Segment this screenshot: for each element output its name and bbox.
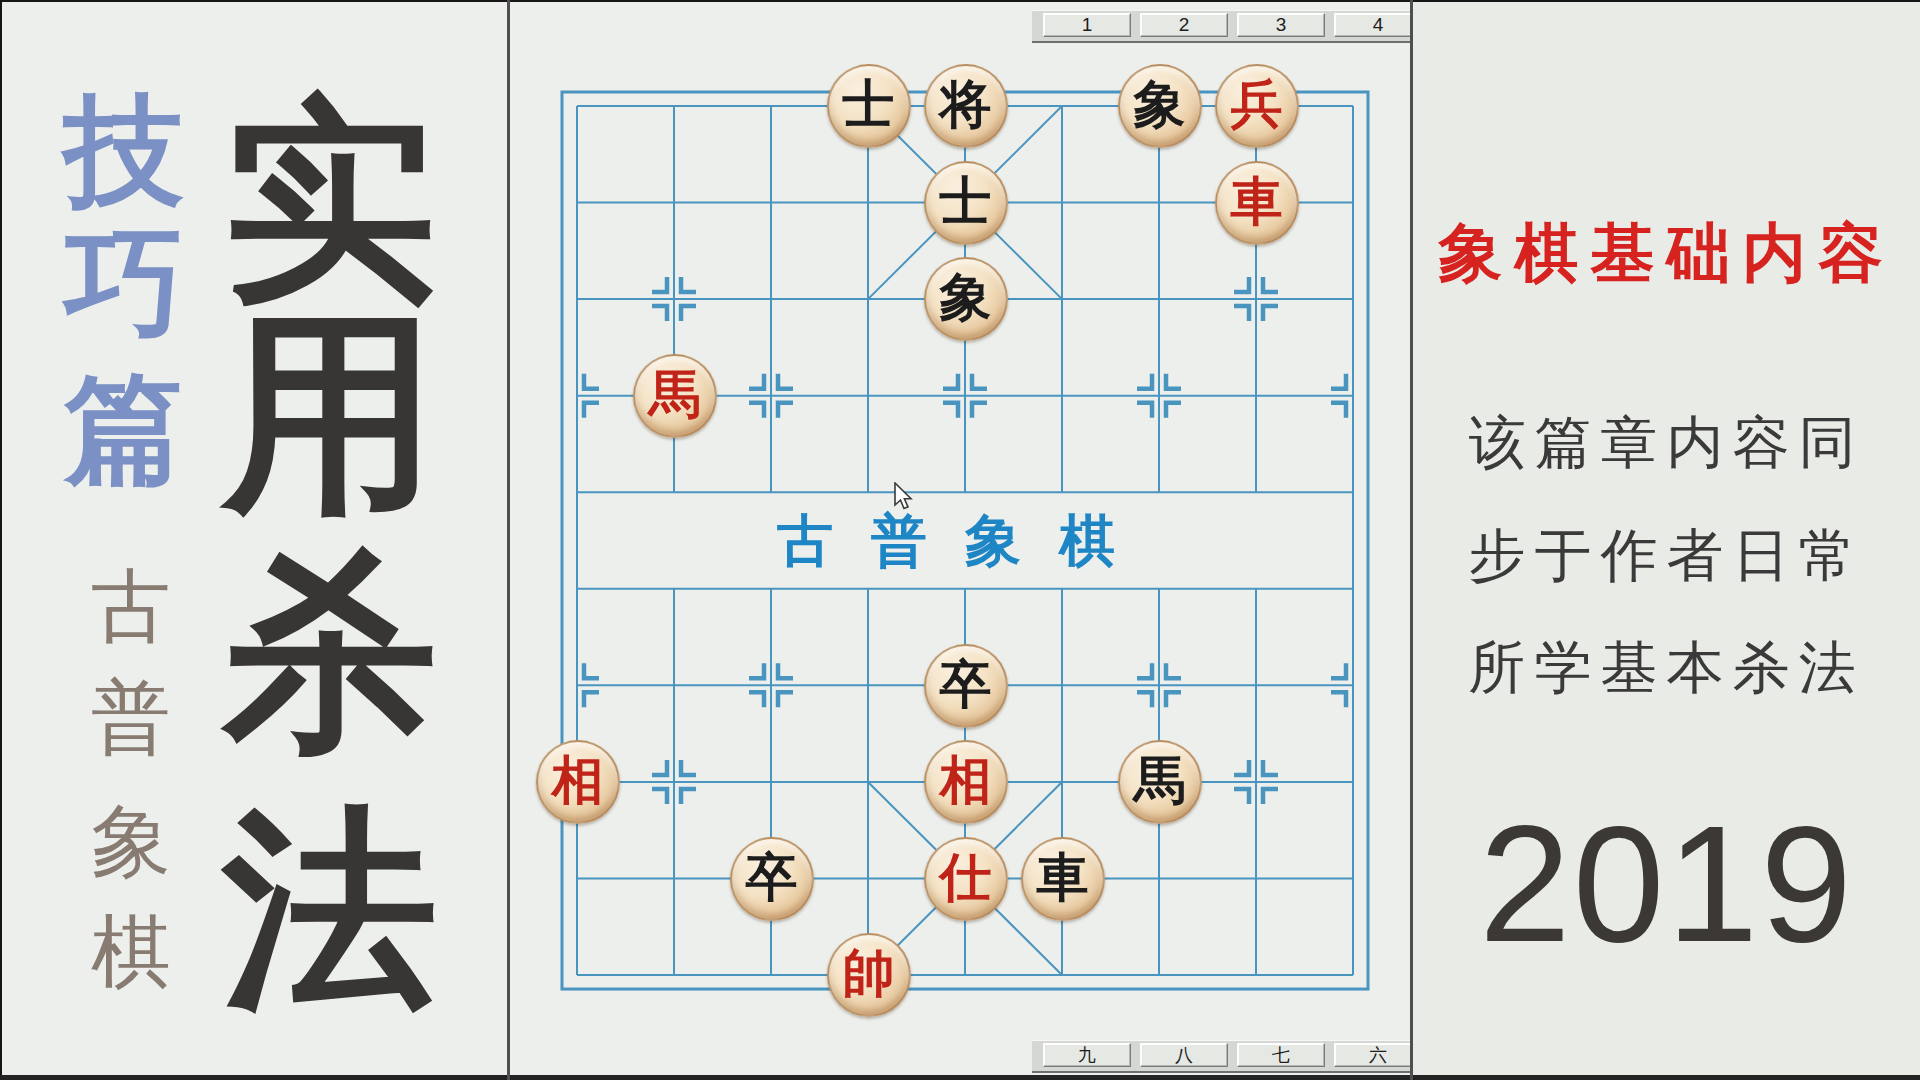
piece-red-仕[interactable]: 仕 (924, 837, 1008, 921)
piece-red-帥[interactable]: 帥 (827, 933, 911, 1017)
board-cell: 車 (1014, 830, 1111, 927)
file-button-bottom-六[interactable]: 六 (1334, 1043, 1422, 1067)
board-cell: 相 (917, 734, 1014, 831)
bottom-border (0, 1075, 1920, 1080)
board-cell: 相 (529, 734, 626, 831)
left-caption-char: 普 (91, 678, 171, 758)
left-panel-divider (507, 0, 510, 1080)
right-info-panel: 象棋基础内容 该篇章内容同 步于作者日常 所学基本杀法 2019 (1413, 0, 1920, 1080)
left-title-char: 用 (223, 306, 438, 521)
board-cell: 車 (1208, 155, 1305, 252)
board-cell: 象 (917, 251, 1014, 348)
piece-glyph: 車 (1037, 852, 1089, 904)
board-cell: 将 (917, 58, 1014, 155)
board-cell: 兵 (1208, 58, 1305, 155)
piece-black-車[interactable]: 車 (1021, 837, 1105, 921)
piece-glyph: 兵 (1231, 79, 1283, 131)
left-title-char: 法 (223, 802, 438, 1017)
piece-glyph: 象 (1134, 79, 1186, 131)
file-button-bottom-七[interactable]: 七 (1237, 1043, 1325, 1067)
board-cell: 卒 (917, 637, 1014, 734)
file-button-top-2[interactable]: 2 (1140, 13, 1228, 37)
left-title-char: 实 (223, 93, 438, 308)
piece-black-象[interactable]: 象 (1118, 64, 1202, 148)
piece-glyph: 馬 (1134, 755, 1186, 807)
piece-black-卒[interactable]: 卒 (730, 837, 814, 921)
board-cell: 馬 (626, 348, 723, 445)
piece-glyph: 士 (940, 176, 992, 228)
piece-glyph: 士 (843, 79, 895, 131)
board-cell: 馬 (1111, 734, 1208, 831)
left-subtitle-char: 篇 (64, 368, 184, 488)
left-subtitle-char: 技 (64, 90, 184, 210)
piece-black-士[interactable]: 士 (827, 64, 911, 148)
piece-glyph: 相 (552, 755, 604, 807)
left-border (0, 0, 2, 1080)
piece-black-象[interactable]: 象 (924, 257, 1008, 341)
board-cell: 象 (1111, 58, 1208, 155)
piece-glyph: 卒 (746, 852, 798, 904)
panel-heading: 象棋基础内容 (1439, 210, 1895, 297)
piece-glyph: 馬 (649, 369, 701, 421)
board-cell: 士 (820, 58, 917, 155)
piece-glyph: 車 (1231, 176, 1283, 228)
piece-glyph: 将 (940, 79, 992, 131)
board-cell: 卒 (723, 830, 820, 927)
left-caption-char: 棋 (91, 912, 171, 992)
file-button-bottom-八[interactable]: 八 (1140, 1043, 1228, 1067)
left-subtitle-char: 巧 (64, 223, 184, 343)
piece-glyph: 帥 (843, 948, 895, 1000)
file-button-top-1[interactable]: 1 (1043, 13, 1131, 37)
piece-red-兵[interactable]: 兵 (1215, 64, 1299, 148)
piece-glyph: 仕 (940, 852, 992, 904)
xiangqi-board-grid: 士将象兵士車象馬卒相相馬卒仕車帥 (529, 58, 1402, 1023)
board-cell: 帥 (820, 927, 917, 1024)
piece-red-相[interactable]: 相 (924, 740, 1008, 824)
page: 技巧篇实用杀法古普象棋 123456789 九八七六五四三二一 古普象棋 士将象… (0, 0, 1920, 1080)
panel-text-line: 步于作者日常 (1469, 518, 1865, 595)
right-panel-divider (1410, 0, 1413, 1080)
board-cell: 仕 (917, 830, 1014, 927)
piece-red-馬[interactable]: 馬 (633, 354, 717, 438)
piece-glyph: 卒 (940, 659, 992, 711)
piece-black-将[interactable]: 将 (924, 64, 1008, 148)
piece-black-士[interactable]: 士 (924, 161, 1008, 245)
left-caption-char: 古 (91, 567, 171, 647)
piece-black-馬[interactable]: 馬 (1118, 740, 1202, 824)
left-title-panel: 技巧篇实用杀法古普象棋 (0, 0, 507, 1080)
top-border (0, 0, 1920, 2)
piece-red-車[interactable]: 車 (1215, 161, 1299, 245)
piece-glyph: 相 (940, 755, 992, 807)
panel-text-line: 所学基本杀法 (1469, 630, 1865, 707)
file-button-top-4[interactable]: 4 (1334, 13, 1422, 37)
board-cell: 士 (917, 155, 1014, 252)
piece-black-卒[interactable]: 卒 (924, 644, 1008, 728)
piece-glyph: 象 (940, 272, 992, 324)
left-title-char: 杀 (223, 544, 438, 759)
left-caption-char: 象 (91, 802, 171, 882)
file-button-bottom-九[interactable]: 九 (1043, 1043, 1131, 1067)
panel-text-line: 该篇章内容同 (1469, 405, 1865, 482)
year-label: 2019 (1479, 790, 1854, 979)
file-button-top-3[interactable]: 3 (1237, 13, 1325, 37)
piece-red-相[interactable]: 相 (536, 740, 620, 824)
